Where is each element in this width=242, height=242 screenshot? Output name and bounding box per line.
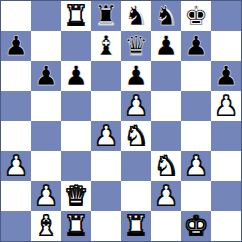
white-bishop-icon[interactable]: ♝ — [34, 212, 58, 239]
white-pawn-icon[interactable]: ♟ — [34, 182, 58, 209]
black-pawn-icon[interactable]: ♟ — [34, 62, 58, 89]
square-f4[interactable] — [151, 121, 181, 151]
square-c4[interactable] — [61, 121, 91, 151]
square-b1[interactable]: ♝ — [31, 211, 61, 241]
square-a1[interactable] — [1, 211, 31, 241]
square-c6[interactable]: ♟ — [61, 61, 91, 91]
square-h2[interactable] — [211, 181, 241, 211]
square-b2[interactable]: ♟ — [31, 181, 61, 211]
square-h8[interactable] — [211, 1, 241, 31]
square-c7[interactable] — [61, 31, 91, 61]
black-rook-icon[interactable]: ♜ — [94, 2, 118, 29]
white-pawn-icon[interactable]: ♟ — [94, 122, 118, 149]
square-b8[interactable] — [31, 1, 61, 31]
square-e8[interactable]: ♞ — [121, 1, 151, 31]
square-f8[interactable]: ♞ — [151, 1, 181, 31]
square-g8[interactable]: ♚ — [181, 1, 211, 31]
square-f5[interactable] — [151, 91, 181, 121]
white-pawn-icon[interactable]: ♟ — [214, 92, 238, 119]
white-knight-icon[interactable]: ♞ — [154, 152, 178, 179]
square-e3[interactable] — [121, 151, 151, 181]
square-g1[interactable]: ♚ — [181, 211, 211, 241]
square-c1[interactable]: ♜ — [61, 211, 91, 241]
square-d3[interactable] — [91, 151, 121, 181]
square-g7[interactable]: ♟ — [181, 31, 211, 61]
square-b5[interactable] — [31, 91, 61, 121]
black-pawn-icon[interactable]: ♟ — [4, 32, 28, 59]
square-f6[interactable] — [151, 61, 181, 91]
square-a7[interactable]: ♟ — [1, 31, 31, 61]
square-d7[interactable]: ♝ — [91, 31, 121, 61]
white-rook-icon[interactable]: ♜ — [64, 212, 88, 239]
black-pawn-icon[interactable]: ♟ — [124, 62, 148, 89]
square-c8[interactable]: ♜ — [61, 1, 91, 31]
square-g5[interactable] — [181, 91, 211, 121]
white-pawn-icon[interactable]: ♟ — [184, 152, 208, 179]
square-d8[interactable]: ♜ — [91, 1, 121, 31]
square-h7[interactable] — [211, 31, 241, 61]
white-pawn-icon[interactable]: ♟ — [154, 182, 178, 209]
white-rook-icon[interactable]: ♜ — [64, 2, 88, 29]
black-pawn-icon[interactable]: ♟ — [184, 32, 208, 59]
black-knight-icon[interactable]: ♞ — [124, 2, 148, 29]
square-a3[interactable]: ♟ — [1, 151, 31, 181]
square-h1[interactable] — [211, 211, 241, 241]
square-d1[interactable] — [91, 211, 121, 241]
square-g6[interactable] — [181, 61, 211, 91]
white-knight-icon[interactable]: ♞ — [124, 122, 148, 149]
square-d6[interactable] — [91, 61, 121, 91]
square-b7[interactable] — [31, 31, 61, 61]
black-pawn-icon[interactable]: ♟ — [214, 62, 238, 89]
square-g2[interactable] — [181, 181, 211, 211]
square-f2[interactable]: ♟ — [151, 181, 181, 211]
white-pawn-icon[interactable]: ♟ — [124, 92, 148, 119]
square-a2[interactable] — [1, 181, 31, 211]
square-e7[interactable]: ♛ — [121, 31, 151, 61]
square-h4[interactable] — [211, 121, 241, 151]
square-a8[interactable] — [1, 1, 31, 31]
square-c3[interactable] — [61, 151, 91, 181]
black-pawn-icon[interactable]: ♟ — [64, 62, 88, 89]
square-f3[interactable]: ♞ — [151, 151, 181, 181]
square-c5[interactable] — [61, 91, 91, 121]
square-a5[interactable] — [1, 91, 31, 121]
square-g3[interactable]: ♟ — [181, 151, 211, 181]
square-h3[interactable] — [211, 151, 241, 181]
square-h6[interactable]: ♟ — [211, 61, 241, 91]
square-b6[interactable]: ♟ — [31, 61, 61, 91]
square-d2[interactable] — [91, 181, 121, 211]
chess-board: ♜♜♞♞♚♟♝♛♟♟♟♟♟♟♟♟♟♞♟♞♟♟♛♟♝♜♜♚ — [0, 0, 242, 242]
black-king-icon[interactable]: ♚ — [184, 2, 208, 29]
square-e1[interactable]: ♜ — [121, 211, 151, 241]
square-h5[interactable]: ♟ — [211, 91, 241, 121]
square-f7[interactable]: ♟ — [151, 31, 181, 61]
white-rook-icon[interactable]: ♜ — [124, 212, 148, 239]
square-d4[interactable]: ♟ — [91, 121, 121, 151]
square-e6[interactable]: ♟ — [121, 61, 151, 91]
square-e2[interactable] — [121, 181, 151, 211]
black-knight-icon[interactable]: ♞ — [154, 2, 178, 29]
square-b4[interactable] — [31, 121, 61, 151]
square-e4[interactable]: ♞ — [121, 121, 151, 151]
black-queen-icon[interactable]: ♛ — [124, 32, 148, 59]
square-e5[interactable]: ♟ — [121, 91, 151, 121]
square-c2[interactable]: ♛ — [61, 181, 91, 211]
square-a4[interactable] — [1, 121, 31, 151]
square-a6[interactable] — [1, 61, 31, 91]
square-f1[interactable] — [151, 211, 181, 241]
square-g4[interactable] — [181, 121, 211, 151]
white-pawn-icon[interactable]: ♟ — [4, 152, 28, 179]
black-pawn-icon[interactable]: ♟ — [154, 32, 178, 59]
white-king-icon[interactable]: ♚ — [184, 212, 208, 239]
white-queen-icon[interactable]: ♛ — [64, 182, 88, 209]
chess-board-container: ♜♜♞♞♚♟♝♛♟♟♟♟♟♟♟♟♟♞♟♞♟♟♛♟♝♜♜♚ — [0, 0, 242, 242]
square-b3[interactable] — [31, 151, 61, 181]
black-bishop-icon[interactable]: ♝ — [94, 32, 118, 59]
square-d5[interactable] — [91, 91, 121, 121]
